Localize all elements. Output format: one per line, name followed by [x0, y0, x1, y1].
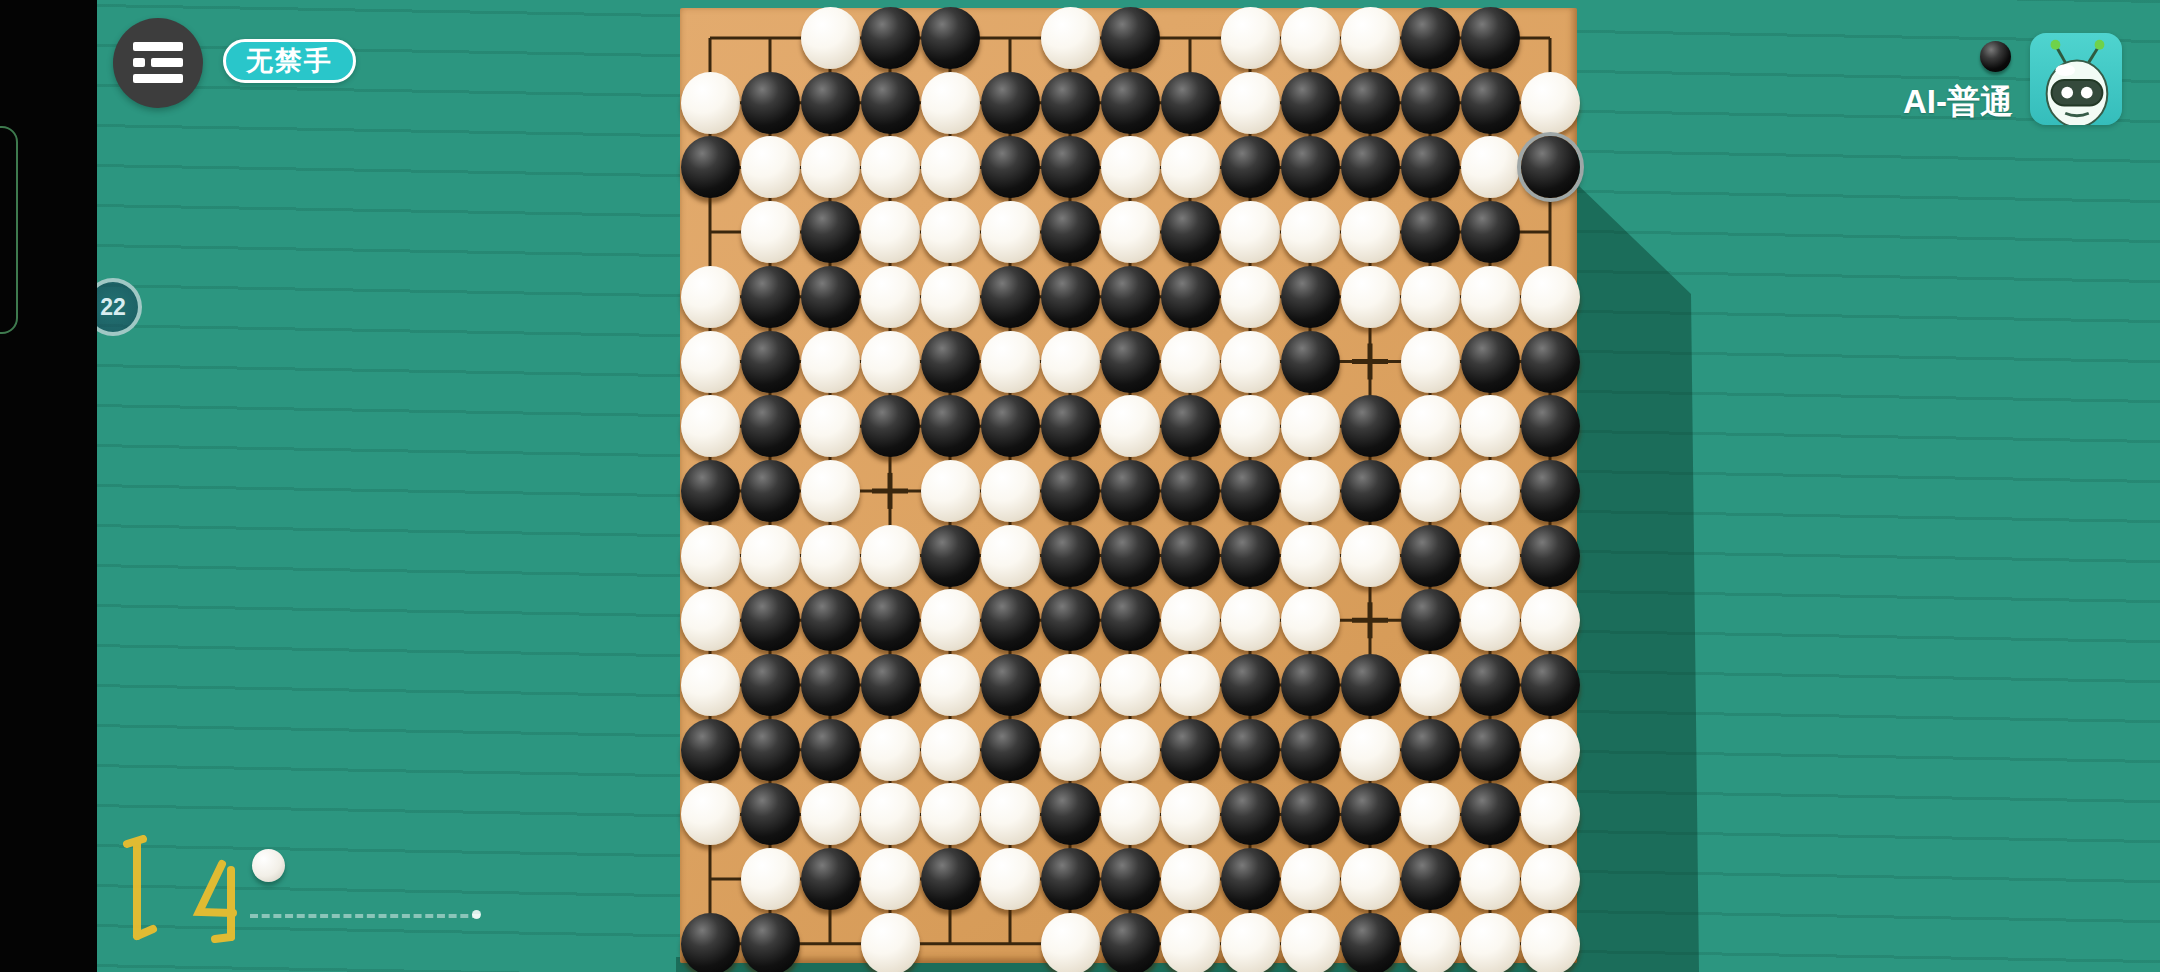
white-stone [1281, 395, 1340, 457]
black-stone [1281, 654, 1340, 716]
black-stone [1341, 136, 1400, 198]
white-stone [801, 395, 860, 457]
white-stone [1461, 136, 1520, 198]
white-stone [1281, 589, 1340, 651]
white-stone [1161, 654, 1220, 716]
black-stone [1341, 460, 1400, 522]
black-stone [1101, 525, 1160, 587]
white-stone [1401, 331, 1460, 393]
white-stone [1521, 719, 1580, 781]
black-stone [1461, 783, 1520, 845]
white-stone [801, 525, 860, 587]
black-stone [981, 719, 1040, 781]
black-stone [1401, 525, 1460, 587]
black-stone [801, 654, 860, 716]
hamburger-icon [133, 42, 183, 51]
black-stone [1041, 72, 1100, 134]
black-stone [1041, 136, 1100, 198]
white-stone [681, 331, 740, 393]
black-stone [1341, 395, 1400, 457]
white-stone [1521, 848, 1580, 910]
black-stone [1221, 654, 1280, 716]
black-stone [1161, 72, 1220, 134]
black-stone [1461, 201, 1520, 263]
white-stone [1341, 848, 1400, 910]
white-stone [1461, 395, 1520, 457]
white-stone [1221, 913, 1280, 972]
white-stone [1521, 913, 1580, 972]
white-stone [681, 395, 740, 457]
black-stone [1521, 460, 1580, 522]
white-stone [1521, 266, 1580, 328]
black-stone [741, 266, 800, 328]
white-stone [1401, 654, 1460, 716]
black-stone [1221, 783, 1280, 845]
white-stone [1341, 266, 1400, 328]
white-stone [921, 201, 980, 263]
white-stone [1161, 589, 1220, 651]
white-stone [681, 654, 740, 716]
black-stone [1041, 525, 1100, 587]
black-stone [1161, 719, 1220, 781]
black-stone [1281, 266, 1340, 328]
black-stone [1341, 72, 1400, 134]
white-stone [921, 136, 980, 198]
black-stone [801, 266, 860, 328]
white-stone [1521, 589, 1580, 651]
black-stone-last-move [1521, 136, 1580, 198]
white-stone [1101, 783, 1160, 845]
white-stone [921, 783, 980, 845]
white-stone [1281, 7, 1340, 69]
white-stone [1161, 136, 1220, 198]
white-stone [921, 589, 980, 651]
black-stone [1341, 783, 1400, 845]
white-stone [1281, 913, 1340, 972]
black-stone [801, 589, 860, 651]
white-stone [921, 719, 980, 781]
white-stone [1161, 848, 1220, 910]
black-stone [801, 201, 860, 263]
white-stone [861, 331, 920, 393]
white-stone [1221, 7, 1280, 69]
white-stone [1101, 136, 1160, 198]
black-stone [801, 72, 860, 134]
white-stone [1161, 783, 1220, 845]
white-stone [1041, 654, 1100, 716]
black-stone [1401, 201, 1460, 263]
white-stone [1281, 525, 1340, 587]
white-stone [1281, 848, 1340, 910]
white-stone [1221, 72, 1280, 134]
black-stone [741, 719, 800, 781]
white-stone [1221, 266, 1280, 328]
black-stone [741, 395, 800, 457]
black-stone [981, 72, 1040, 134]
white-stone [861, 719, 920, 781]
black-stone [1161, 395, 1220, 457]
black-stone [741, 72, 800, 134]
white-stone [1161, 331, 1220, 393]
white-stone [861, 136, 920, 198]
white-stone [681, 266, 740, 328]
black-stone [981, 395, 1040, 457]
black-stone [1521, 525, 1580, 587]
white-stone [1461, 913, 1520, 972]
white-stone [1221, 201, 1280, 263]
white-stone [1041, 7, 1100, 69]
white-stone [861, 783, 920, 845]
black-stone [1341, 654, 1400, 716]
white-stone [801, 7, 860, 69]
black-stone [921, 331, 980, 393]
white-stone [1041, 331, 1100, 393]
white-stone [1341, 7, 1400, 69]
black-stone [1101, 72, 1160, 134]
black-stone [1161, 201, 1220, 263]
white-stone [681, 783, 740, 845]
black-stone [1221, 460, 1280, 522]
black-stone [801, 719, 860, 781]
black-stone [1041, 460, 1100, 522]
black-stone [921, 7, 980, 69]
black-stone [1281, 72, 1340, 134]
black-stone [741, 913, 800, 972]
black-stone [741, 589, 800, 651]
ai-avatar[interactable] [2030, 33, 2122, 125]
black-stone [1161, 266, 1220, 328]
black-stone [1221, 848, 1280, 910]
black-stone [681, 460, 740, 522]
white-stone [801, 136, 860, 198]
white-stone [981, 783, 1040, 845]
black-stone [1221, 525, 1280, 587]
black-stone [1281, 719, 1340, 781]
black-stone [1461, 331, 1520, 393]
black-stone [981, 654, 1040, 716]
black-stone [1341, 913, 1400, 972]
small-white-ball [252, 849, 285, 882]
white-stone [1461, 460, 1520, 522]
white-stone [1101, 654, 1160, 716]
white-stone [1341, 719, 1400, 781]
white-stone [801, 331, 860, 393]
black-stone [1161, 460, 1220, 522]
black-stone [861, 7, 920, 69]
black-stone [741, 654, 800, 716]
chalk-scribble [100, 820, 300, 960]
rule-badge: 无禁手 [223, 39, 356, 83]
white-stone [1101, 395, 1160, 457]
white-stone [1341, 525, 1400, 587]
white-stone [1401, 395, 1460, 457]
white-stone [1521, 783, 1580, 845]
black-stone [681, 719, 740, 781]
black-stone [921, 525, 980, 587]
white-stone [1221, 589, 1280, 651]
white-stone [681, 589, 740, 651]
black-stone [1101, 266, 1160, 328]
black-stone [921, 395, 980, 457]
white-stone [861, 201, 920, 263]
timer-value: 22 [100, 294, 126, 321]
black-stone [741, 460, 800, 522]
white-stone [1041, 913, 1100, 972]
white-stone [921, 72, 980, 134]
black-stone [1461, 7, 1520, 69]
black-stone [1041, 589, 1100, 651]
black-stone [1101, 7, 1160, 69]
rule-badge-label: 无禁手 [246, 43, 333, 79]
white-stone [981, 331, 1040, 393]
black-stone [1281, 136, 1340, 198]
white-stone [861, 913, 920, 972]
black-stone [1221, 719, 1280, 781]
black-stone [861, 654, 920, 716]
black-stone [861, 589, 920, 651]
black-stone [1521, 331, 1580, 393]
white-stone [741, 201, 800, 263]
black-stone [1401, 719, 1460, 781]
black-stone [1401, 589, 1460, 651]
black-stone [1101, 589, 1160, 651]
white-stone [1401, 783, 1460, 845]
white-stone [1221, 331, 1280, 393]
black-stone [741, 783, 800, 845]
white-stone [921, 266, 980, 328]
white-stone [1461, 525, 1520, 587]
white-stone [981, 460, 1040, 522]
black-stone [861, 72, 920, 134]
white-stone [1101, 719, 1160, 781]
black-stone [1221, 136, 1280, 198]
black-stone [1401, 72, 1460, 134]
white-stone [801, 460, 860, 522]
black-stone [1461, 654, 1520, 716]
black-stone [1041, 848, 1100, 910]
black-stone [1521, 654, 1580, 716]
white-stone [741, 525, 800, 587]
black-stone [1401, 136, 1460, 198]
black-stone [861, 395, 920, 457]
black-stone [981, 136, 1040, 198]
white-stone [1281, 201, 1340, 263]
white-stone [1401, 913, 1460, 972]
black-stone [1101, 460, 1160, 522]
white-stone [1161, 913, 1220, 972]
black-stone [1521, 395, 1580, 457]
white-stone [921, 654, 980, 716]
black-stone [1101, 913, 1160, 972]
black-stone [1401, 848, 1460, 910]
black-stone [921, 848, 980, 910]
black-stone [1101, 848, 1160, 910]
white-stone [801, 783, 860, 845]
drawer-handle-outline[interactable] [0, 126, 18, 334]
black-stone [741, 331, 800, 393]
white-stone [1281, 460, 1340, 522]
white-stone [1521, 72, 1580, 134]
white-stone [861, 848, 920, 910]
black-stone [681, 136, 740, 198]
black-stone [1401, 7, 1460, 69]
white-stone [1401, 460, 1460, 522]
white-stone [861, 525, 920, 587]
white-stone [1401, 266, 1460, 328]
white-stone [1461, 266, 1520, 328]
opponent-name: AI-普通 [1858, 80, 2013, 125]
opponent-stone-icon [1980, 41, 2011, 72]
white-stone [981, 201, 1040, 263]
gomoku-board[interactable] [680, 8, 1577, 963]
white-stone [741, 848, 800, 910]
black-stone [1461, 72, 1520, 134]
black-stone [1281, 783, 1340, 845]
black-stone [981, 589, 1040, 651]
black-stone [801, 848, 860, 910]
white-stone [1341, 201, 1400, 263]
white-stone [861, 266, 920, 328]
white-stone [1221, 395, 1280, 457]
white-stone [1461, 848, 1520, 910]
black-stone [1041, 783, 1100, 845]
menu-button[interactable] [113, 18, 203, 108]
white-stone [1461, 589, 1520, 651]
white-stone [681, 72, 740, 134]
black-stone [1281, 331, 1340, 393]
black-stone [1041, 201, 1100, 263]
black-stone [1041, 395, 1100, 457]
white-stone [1101, 201, 1160, 263]
white-stone [981, 525, 1040, 587]
faint-dashed-streak [250, 914, 480, 918]
black-stone [1041, 266, 1100, 328]
faint-streak-dot [472, 910, 481, 919]
black-stone [1461, 719, 1520, 781]
white-stone [981, 848, 1040, 910]
white-stone [741, 136, 800, 198]
white-stone [1041, 719, 1100, 781]
white-stone [681, 525, 740, 587]
black-stone [1161, 525, 1220, 587]
robot-icon [2030, 33, 2122, 125]
black-stone [1101, 331, 1160, 393]
white-stone [921, 460, 980, 522]
black-stone [981, 266, 1040, 328]
black-stone [681, 913, 740, 972]
